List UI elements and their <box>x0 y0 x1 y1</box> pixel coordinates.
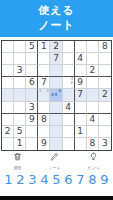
given-digit: 9 <box>77 78 83 87</box>
banner-line-2: ノート <box>0 18 113 33</box>
cell-r6c2[interactable] <box>14 102 26 114</box>
cell-r1c1[interactable] <box>2 41 14 53</box>
given-digit: 2 <box>53 42 59 51</box>
cell-r9c4[interactable]: 9 <box>38 138 50 150</box>
cell-r4c9[interactable] <box>99 77 111 89</box>
erase-label: 消去 <box>14 165 22 170</box>
cell-r3c7[interactable] <box>75 65 87 77</box>
cell-r1c6[interactable] <box>63 41 75 53</box>
given-digit: 9 <box>29 115 35 124</box>
toolbar: 消去 ノート ヒント <box>0 152 113 170</box>
cell-r3c4[interactable] <box>38 65 50 77</box>
numpad: 123456789 <box>0 172 113 187</box>
cell-r4c7[interactable]: 9 <box>75 77 87 89</box>
cell-r5c6[interactable] <box>63 89 75 101</box>
cell-r2c1[interactable] <box>2 53 14 65</box>
cell-r8c2[interactable]: 5 <box>14 126 26 138</box>
pencil-notes: 36 <box>63 77 74 88</box>
given-digit: 3 <box>29 103 35 112</box>
given-digit: 7 <box>77 90 83 99</box>
given-digit: 1 <box>77 127 83 136</box>
numpad-digit-4[interactable]: 4 <box>39 172 50 187</box>
cell-r6c7[interactable] <box>75 102 87 114</box>
cell-r7c4[interactable]: 8 <box>38 114 50 126</box>
given-digit: 4 <box>89 115 95 124</box>
given-digit: 5 <box>17 127 23 136</box>
cell-r3c8[interactable]: 2 <box>87 65 99 77</box>
cell-r3c2[interactable]: 3 <box>14 65 26 77</box>
cell-r7c3[interactable]: 9 <box>26 114 38 126</box>
cell-r7c7[interactable] <box>75 114 87 126</box>
cell-r4c3[interactable]: 6 <box>26 77 38 89</box>
cell-r3c6[interactable] <box>63 65 75 77</box>
cell-r8c3[interactable] <box>26 126 38 138</box>
cell-r6c3[interactable]: 3 <box>26 102 38 114</box>
hint-label: ヒント <box>88 165 100 170</box>
given-digit: 2 <box>102 90 108 99</box>
given-digit: 4 <box>65 103 71 112</box>
cell-r1c3[interactable]: 5 <box>26 41 38 53</box>
cell-r9c8[interactable]: 8 <box>87 138 99 150</box>
numpad-digit-9[interactable]: 9 <box>99 172 110 187</box>
given-digit: 8 <box>89 139 95 148</box>
cell-r4c2[interactable] <box>14 77 26 89</box>
cell-r5c3[interactable] <box>26 89 38 101</box>
cell-r8c1[interactable]: 2 <box>2 126 14 138</box>
banner-line-1: 使える <box>0 3 113 18</box>
cell-r5c8[interactable] <box>87 89 99 101</box>
cell-r8c9[interactable] <box>99 126 111 138</box>
cell-r7c6[interactable] <box>63 114 75 126</box>
cell-r6c1[interactable] <box>2 102 14 114</box>
numpad-digit-5[interactable]: 5 <box>51 172 62 187</box>
note-digit <box>70 85 74 88</box>
given-digit: 2 <box>5 127 11 136</box>
cell-r3c3[interactable] <box>26 65 38 77</box>
cell-r7c2[interactable] <box>14 114 26 126</box>
numpad-digit-1[interactable]: 1 <box>3 172 14 187</box>
cell-r4c4[interactable]: 7 <box>38 77 50 89</box>
cell-r5c1[interactable] <box>2 89 14 101</box>
numpad-digit-6[interactable]: 6 <box>63 172 74 187</box>
given-digit: 8 <box>102 42 108 51</box>
cell-r3c5[interactable] <box>50 65 62 77</box>
cell-r5c5[interactable]: 345 <box>50 89 62 101</box>
given-digit: 1 <box>17 139 23 148</box>
cell-r2c9[interactable] <box>99 53 111 65</box>
given-digit: 7 <box>53 54 59 63</box>
promo-banner: 使える ノート <box>0 0 113 37</box>
note-label: ノート <box>49 165 61 170</box>
numpad-digit-2[interactable]: 2 <box>15 172 26 187</box>
cell-r6c6[interactable]: 4 <box>63 102 75 114</box>
given-digit: 9 <box>41 139 47 148</box>
cell-r1c5[interactable]: 2 <box>50 41 62 53</box>
cell-r7c1[interactable] <box>2 114 14 126</box>
cell-r7c9[interactable] <box>99 114 111 126</box>
cell-r6c9[interactable] <box>99 102 111 114</box>
numpad-digit-3[interactable]: 3 <box>27 172 38 187</box>
cell-r9c7[interactable] <box>75 138 87 150</box>
cell-r9c5[interactable] <box>50 138 62 150</box>
cell-r4c8[interactable] <box>87 77 99 89</box>
cell-r5c2[interactable] <box>14 89 26 101</box>
given-digit: 6 <box>29 78 35 87</box>
given-digit: 3 <box>102 139 108 148</box>
cell-r6c4[interactable] <box>38 102 50 114</box>
cell-r2c2[interactable] <box>14 53 26 65</box>
cell-r1c7[interactable] <box>75 41 87 53</box>
cell-r8c5[interactable] <box>50 126 62 138</box>
cell-r2c4[interactable] <box>38 53 50 65</box>
cell-r5c7[interactable]: 7 <box>75 89 87 101</box>
cell-r4c5[interactable] <box>50 77 62 89</box>
cell-r6c8[interactable] <box>87 102 99 114</box>
cell-r9c1[interactable] <box>2 138 14 150</box>
given-digit: 8 <box>41 115 47 124</box>
cell-r6c5[interactable] <box>50 102 62 114</box>
cell-r9c2[interactable]: 1 <box>14 138 26 150</box>
given-digit: 2 <box>89 66 95 75</box>
sudoku-board: 51287432673691334572349842511983 <box>1 40 112 151</box>
note-digit <box>58 97 62 100</box>
cell-r2c8[interactable] <box>87 53 99 65</box>
given-digit: 4 <box>77 54 83 63</box>
cell-r1c2[interactable] <box>14 41 26 53</box>
cell-r7c8[interactable]: 4 <box>87 114 99 126</box>
cell-r3c1[interactable] <box>2 65 14 77</box>
numpad-digit-8[interactable]: 8 <box>87 172 98 187</box>
cell-r9c9[interactable]: 3 <box>99 138 111 150</box>
cell-r1c9[interactable]: 8 <box>99 41 111 53</box>
cell-r5c9[interactable]: 2 <box>99 89 111 101</box>
cell-r4c6[interactable]: 36 <box>63 77 75 89</box>
given-digit: 7 <box>41 78 47 87</box>
cell-r9c6[interactable] <box>63 138 75 150</box>
given-digit: 3 <box>17 66 23 75</box>
given-digit: 5 <box>29 42 35 51</box>
cell-r8c7[interactable]: 1 <box>75 126 87 138</box>
cell-r2c3[interactable] <box>26 53 38 65</box>
cell-r7c5[interactable] <box>50 114 62 126</box>
cell-r1c8[interactable] <box>87 41 99 53</box>
cell-r8c8[interactable] <box>87 126 99 138</box>
bottom-bar <box>0 196 113 200</box>
pencil-notes: 345 <box>50 89 61 100</box>
cell-r4c1[interactable] <box>2 77 14 89</box>
cell-r3c9[interactable] <box>99 65 111 77</box>
cell-r1c4[interactable]: 1 <box>38 41 50 53</box>
cell-r2c6[interactable] <box>63 53 75 65</box>
given-digit: 1 <box>41 42 47 51</box>
cell-r2c5[interactable]: 7 <box>50 53 62 65</box>
cell-r8c6[interactable] <box>63 126 75 138</box>
pencil-notes: 13 <box>38 89 49 100</box>
numpad-digit-7[interactable]: 7 <box>75 172 86 187</box>
note-digit <box>46 97 50 101</box>
cell-r2c7[interactable]: 4 <box>75 53 87 65</box>
cell-r5c4[interactable]: 13 <box>38 89 50 101</box>
cell-r8c4[interactable] <box>38 126 50 138</box>
cell-r9c3[interactable] <box>26 138 38 150</box>
